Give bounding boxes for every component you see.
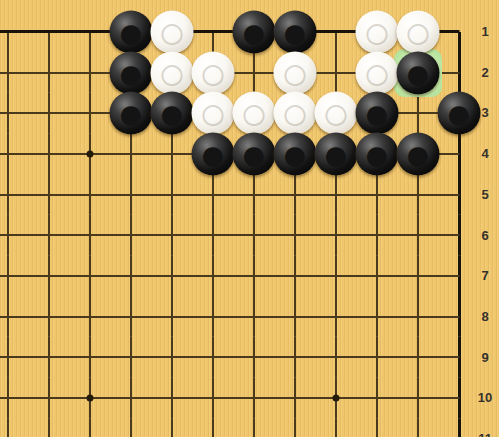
black-stone: ● [233,133,276,176]
intersection[interactable] [357,378,398,419]
intersection[interactable]: ● [398,134,439,175]
intersection[interactable] [439,174,480,215]
intersection[interactable] [29,256,70,297]
intersection[interactable] [0,378,29,419]
intersection[interactable] [29,12,70,53]
intersection[interactable] [357,215,398,256]
intersection[interactable] [398,215,439,256]
intersection[interactable] [316,12,357,53]
black-stone: ● [438,92,481,135]
intersection[interactable] [234,378,275,419]
intersection[interactable] [0,12,29,53]
intersection[interactable] [70,174,111,215]
intersection[interactable] [193,215,234,256]
intersection[interactable]: ● [398,52,439,93]
intersection[interactable] [152,296,193,337]
intersection[interactable] [0,93,29,134]
intersection[interactable] [439,134,480,175]
intersection[interactable] [357,174,398,215]
intersection[interactable]: ● [234,134,275,175]
row-label: 10 [476,390,494,406]
row-label: 1 [476,24,494,40]
board-crop-tail [398,419,439,437]
intersection[interactable] [0,134,29,175]
black-stone: ● [356,133,399,176]
row-label: 9 [476,350,494,366]
intersection[interactable] [70,215,111,256]
intersection[interactable] [111,256,152,297]
board-crop-tail [0,419,29,437]
intersection[interactable] [29,93,70,134]
board-crop-tail [275,419,316,437]
go-board-screen: ●○●●○○●○○○○●●●○○○○●●●●●●●● 1 2 3 4 5 6 7… [0,0,499,437]
intersection[interactable] [439,215,480,256]
board-crop-tail [357,419,398,437]
board-crop-tail [70,419,111,437]
intersection[interactable] [0,52,29,93]
intersection[interactable] [29,337,70,378]
intersection[interactable] [111,296,152,337]
intersection[interactable] [193,378,234,419]
intersection[interactable] [0,296,29,337]
row-label: 8 [476,309,494,325]
intersection[interactable] [439,12,480,53]
intersection[interactable] [152,378,193,419]
intersection[interactable] [152,256,193,297]
intersection[interactable] [275,215,316,256]
intersection[interactable] [357,296,398,337]
intersection[interactable] [275,337,316,378]
intersection[interactable]: ● [111,93,152,134]
intersection[interactable] [70,256,111,297]
intersection[interactable] [275,296,316,337]
intersection[interactable] [70,296,111,337]
intersection[interactable] [439,256,480,297]
intersection[interactable] [439,296,480,337]
intersection[interactable] [439,378,480,419]
intersection[interactable] [398,296,439,337]
board-crop-tail [439,419,480,437]
intersection[interactable] [111,174,152,215]
board-crop-tail [29,419,70,437]
row-label: 6 [476,228,494,244]
board-crop-tail [111,419,152,437]
intersection[interactable] [316,256,357,297]
intersection[interactable] [70,12,111,53]
black-stone: ● [315,133,358,176]
intersection[interactable] [193,174,234,215]
row-label: 11 [476,431,494,437]
intersection[interactable] [29,174,70,215]
intersection[interactable] [0,174,29,215]
intersection[interactable] [398,378,439,419]
intersection[interactable] [70,52,111,93]
intersection[interactable] [234,256,275,297]
intersection[interactable] [439,337,480,378]
intersection[interactable] [234,215,275,256]
intersection[interactable] [29,296,70,337]
row-label: 2 [476,65,494,81]
intersection[interactable] [316,378,357,419]
intersection[interactable]: ● [152,93,193,134]
intersection[interactable] [275,174,316,215]
intersection[interactable] [111,337,152,378]
intersection[interactable] [193,256,234,297]
intersection[interactable] [152,134,193,175]
board-crop-tail [234,419,275,437]
intersection[interactable] [316,215,357,256]
black-stone: ● [397,133,440,176]
intersection[interactable] [111,378,152,419]
intersection[interactable] [398,256,439,297]
intersection[interactable] [29,215,70,256]
board-crop-tail [316,419,357,437]
intersection[interactable] [316,296,357,337]
intersection[interactable] [29,52,70,93]
intersection[interactable] [152,337,193,378]
intersection[interactable]: ● [275,134,316,175]
intersection[interactable]: ● [193,134,234,175]
intersection[interactable] [0,215,29,256]
row-label: 4 [476,146,494,162]
black-stone: ● [151,92,194,135]
intersection[interactable] [398,174,439,215]
intersection[interactable] [316,174,357,215]
intersection[interactable]: ● [316,134,357,175]
intersection[interactable] [152,215,193,256]
intersection[interactable] [193,337,234,378]
intersection[interactable] [70,378,111,419]
intersection[interactable] [111,215,152,256]
black-stone: ● [110,92,153,135]
intersection[interactable] [29,134,70,175]
board-crop-tail [193,419,234,437]
intersection[interactable] [275,378,316,419]
row-label: 5 [476,187,494,203]
intersection[interactable] [152,174,193,215]
intersection[interactable] [357,337,398,378]
intersection[interactable]: ● [357,134,398,175]
intersection[interactable] [316,337,357,378]
intersection[interactable] [29,378,70,419]
black-stone: ● [192,133,235,176]
intersection[interactable] [70,337,111,378]
intersection[interactable] [234,296,275,337]
black-stone: ● [233,10,276,53]
intersection[interactable] [70,134,111,175]
board-crop-tail [152,419,193,437]
intersection[interactable] [193,296,234,337]
board-grid: ●○●●○○●○○○○●●●○○○○●●●●●●●● [0,12,480,437]
intersection[interactable] [0,337,29,378]
intersection[interactable] [111,134,152,175]
row-label: 7 [476,268,494,284]
intersection[interactable] [234,174,275,215]
intersection[interactable]: ● [439,93,480,134]
black-stone: ● [397,51,440,94]
intersection[interactable] [70,93,111,134]
black-stone: ● [274,133,317,176]
intersection[interactable] [234,337,275,378]
intersection[interactable]: ● [234,12,275,53]
intersection[interactable] [275,256,316,297]
intersection[interactable] [398,337,439,378]
intersection[interactable] [0,256,29,297]
intersection[interactable] [357,256,398,297]
